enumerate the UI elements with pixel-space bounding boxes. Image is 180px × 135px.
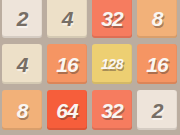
tile-r1c2-4: 4 [47, 0, 87, 38]
tile-r3c3-32: 32 [92, 90, 132, 130]
tile-r1c1-2: 2 [2, 0, 42, 38]
tile-value: 16 [56, 54, 77, 75]
tile-r3c2-64: 64 [47, 90, 87, 130]
tile-value: 8 [152, 8, 163, 29]
tile-r2c2-16: 16 [47, 44, 87, 84]
tile-value: 2 [17, 8, 28, 29]
tile-value: 32 [101, 8, 122, 29]
tile-r1c3-32: 32 [92, 0, 132, 38]
tile-value: 32 [101, 100, 122, 121]
tile-value: 64 [56, 100, 77, 121]
tile-r3c1-8: 8 [2, 90, 42, 130]
tile-r2c4-16: 16 [137, 44, 177, 84]
tile-value: 16 [146, 54, 167, 75]
tile-r3c4-2: 2 [137, 90, 177, 130]
tile-value: 8 [17, 100, 28, 121]
tile-r1c4-8: 8 [137, 0, 177, 38]
tile-r2c1-4: 4 [2, 44, 42, 84]
tile-value: 4 [17, 54, 28, 75]
tile-value: 128 [101, 57, 123, 71]
tile-value: 4 [62, 8, 73, 29]
tile-value: 2 [152, 100, 163, 121]
game-2048-screen: 2432841612816864322 [0, 0, 180, 135]
board-2048[interactable]: 2432841612816864322 [2, 0, 177, 130]
tile-r2c3-128: 128 [92, 44, 132, 84]
